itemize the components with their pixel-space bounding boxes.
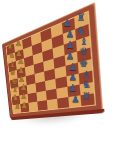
chess-piece-black-pawn[interactable]: ♟	[66, 51, 75, 61]
chess-piece-black-pawn[interactable]: ♟	[69, 73, 78, 83]
chess-piece-black-pawn[interactable]: ♟	[66, 29, 75, 39]
chess-piece-black-knight[interactable]: ♞	[82, 80, 91, 90]
chess-piece-white-knight[interactable]: ♞	[12, 94, 19, 102]
chess-piece-white-pawn[interactable]: ♟	[20, 92, 27, 100]
chess-piece-black-bishop[interactable]: ♝	[82, 69, 91, 79]
chess-piece-black-pawn[interactable]: ♟	[69, 62, 78, 72]
chess-piece-black-rook[interactable]: ♜	[76, 12, 85, 22]
chess-piece-black-queen[interactable]: ♛	[79, 47, 88, 57]
chess-piece-white-rook[interactable]: ♜	[7, 43, 14, 51]
chess-piece-white-queen[interactable]: ♛	[9, 69, 16, 77]
chess-piece-black-pawn[interactable]: ♟	[63, 18, 72, 28]
chess-piece-white-rook[interactable]: ♜	[14, 103, 21, 111]
chess-piece-white-pawn[interactable]: ♟	[21, 102, 28, 110]
chess-set-photo: ♜♞♝♛♚♝♞♜♟♟♟♟♟♟♟♟♟♟♟♟♟♟♟♟♜♞♝♛♚♝♞♜	[0, 0, 120, 144]
chess-piece-black-pawn[interactable]: ♟	[71, 94, 80, 104]
chess-piece-white-pawn[interactable]: ♟	[15, 40, 22, 48]
chess-piece-black-rook[interactable]: ♜	[82, 92, 91, 102]
chess-piece-black-pawn[interactable]: ♟	[66, 40, 75, 50]
chess-piece-black-pawn[interactable]: ♟	[69, 83, 78, 93]
chess-piece-white-pawn[interactable]: ♟	[18, 66, 25, 74]
chess-piece-black-bishop[interactable]: ♝	[79, 35, 88, 45]
pieces-layer: ♜♞♝♛♚♝♞♜♟♟♟♟♟♟♟♟♟♟♟♟♟♟♟♟♜♞♝♛♚♝♞♜	[0, 0, 120, 144]
